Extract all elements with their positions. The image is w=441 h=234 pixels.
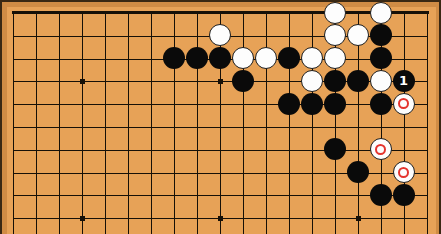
white-stone — [324, 24, 346, 46]
black-stone — [324, 93, 346, 115]
black-stone — [370, 93, 392, 115]
white-stone-circled — [370, 138, 392, 160]
black-stone — [324, 138, 346, 160]
white-stone-circled — [393, 93, 415, 115]
white-stone-circled — [393, 161, 415, 183]
white-stone — [370, 70, 392, 92]
black-stone — [370, 184, 392, 206]
black-stone-move-1: 1 — [393, 70, 415, 92]
go-diagram: 1 — [0, 0, 441, 234]
black-stone — [347, 70, 369, 92]
black-stone — [232, 70, 254, 92]
circle-marker — [375, 144, 386, 155]
go-board-grid: 1 — [1, 1, 438, 229]
black-stone — [278, 47, 300, 69]
black-stone — [163, 47, 185, 69]
black-stone — [347, 161, 369, 183]
black-stone — [370, 24, 392, 46]
white-stone — [209, 24, 231, 46]
white-stone — [301, 47, 323, 69]
circle-marker — [398, 167, 409, 178]
black-stone — [393, 184, 415, 206]
white-stone — [324, 2, 346, 24]
move-number-label: 1 — [399, 74, 408, 87]
black-stone — [186, 47, 208, 69]
white-stone — [255, 47, 277, 69]
black-stone — [301, 93, 323, 115]
circle-marker — [398, 98, 409, 109]
white-stone — [301, 70, 323, 92]
black-stone — [370, 47, 392, 69]
white-stone — [324, 47, 346, 69]
white-stone — [370, 2, 392, 24]
black-stone — [278, 93, 300, 115]
white-stone — [347, 24, 369, 46]
white-stone — [232, 47, 254, 69]
black-stone — [209, 47, 231, 69]
black-stone — [324, 70, 346, 92]
